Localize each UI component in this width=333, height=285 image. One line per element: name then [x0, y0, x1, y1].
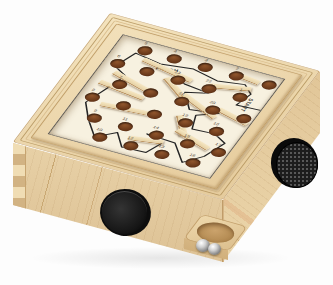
front-tilt-knob-face	[102, 191, 147, 234]
finger-joints	[13, 143, 26, 213]
labyrinth-game-photo: FINISH START 123456789101112131415161718…	[0, 0, 333, 285]
ground-shadow	[18, 246, 303, 270]
right-tilt-knob-face	[276, 142, 318, 188]
steel-ball	[208, 243, 221, 255]
